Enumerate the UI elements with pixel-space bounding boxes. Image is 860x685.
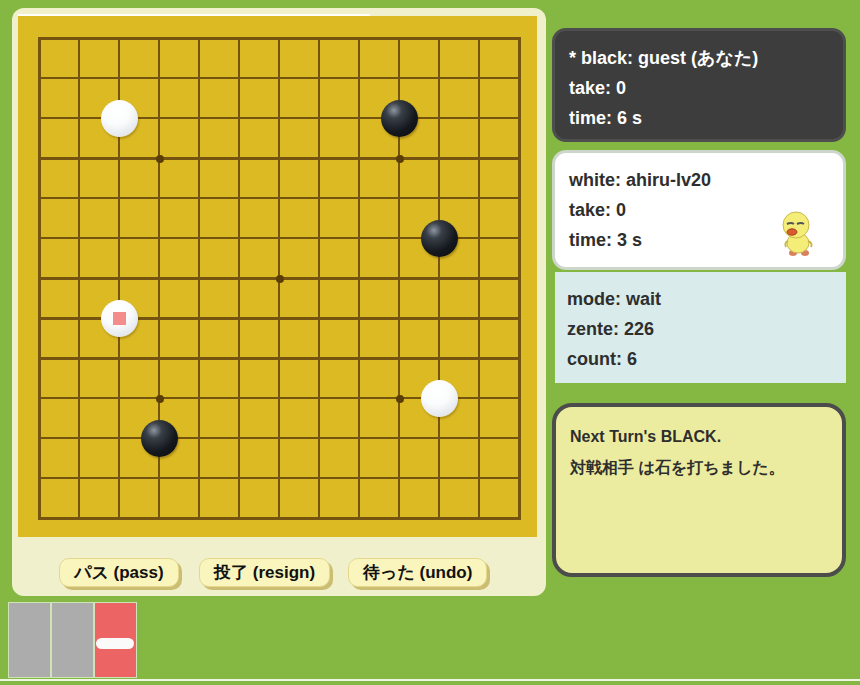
- message-turn: Next Turn's BLACK.: [570, 421, 828, 452]
- black-stone: [421, 220, 458, 257]
- white-stone-last-move: [101, 300, 138, 337]
- tray-block-3[interactable]: [94, 602, 137, 678]
- status-zente: zente: 226: [567, 314, 834, 344]
- hoshi-point: [396, 155, 404, 163]
- black-take: take: 0: [569, 73, 829, 103]
- hoshi-point: [156, 395, 164, 403]
- black-time: time: 6 s: [569, 103, 829, 133]
- hoshi-point: [156, 155, 164, 163]
- tray-bar-icon: [96, 638, 134, 649]
- go-board[interactable]: [18, 16, 537, 537]
- tray-block-1[interactable]: [8, 602, 51, 678]
- widget-tray: [8, 602, 137, 678]
- status-panel: mode: wait zente: 226 count: 6: [555, 272, 846, 383]
- status-count: count: 6: [567, 344, 834, 374]
- resign-button[interactable]: 投了 (resign): [199, 558, 330, 587]
- black-stone: [381, 100, 418, 137]
- white-stone: [101, 100, 138, 137]
- hoshi-point: [396, 395, 404, 403]
- duck-icon: [779, 211, 815, 257]
- tray-block-2[interactable]: [51, 602, 94, 678]
- message-last-move: 対戦相手 は石を打ちました。: [570, 452, 828, 483]
- hoshi-point: [276, 275, 284, 283]
- last-move-marker: [113, 312, 126, 325]
- board-panel: パス (pass) 投了 (resign) 待った (undo): [12, 8, 546, 596]
- black-player-panel: * black: guest (あなた) take: 0 time: 6 s: [552, 28, 846, 142]
- white-stone: [421, 380, 458, 417]
- pass-button[interactable]: パス (pass): [59, 558, 179, 587]
- status-mode: mode: wait: [567, 284, 834, 314]
- white-player-panel: white: ahiru-lv20 take: 0 time: 3 s: [552, 150, 846, 270]
- bottom-divider: [0, 679, 860, 681]
- black-player-name: * black: guest (あなた): [569, 43, 829, 73]
- board-top-highlight: [18, 14, 370, 16]
- black-stone: [141, 420, 178, 457]
- undo-button[interactable]: 待った (undo): [348, 558, 487, 587]
- message-panel: Next Turn's BLACK. 対戦相手 は石を打ちました。: [552, 403, 846, 577]
- white-player-name: white: ahiru-lv20: [569, 165, 829, 195]
